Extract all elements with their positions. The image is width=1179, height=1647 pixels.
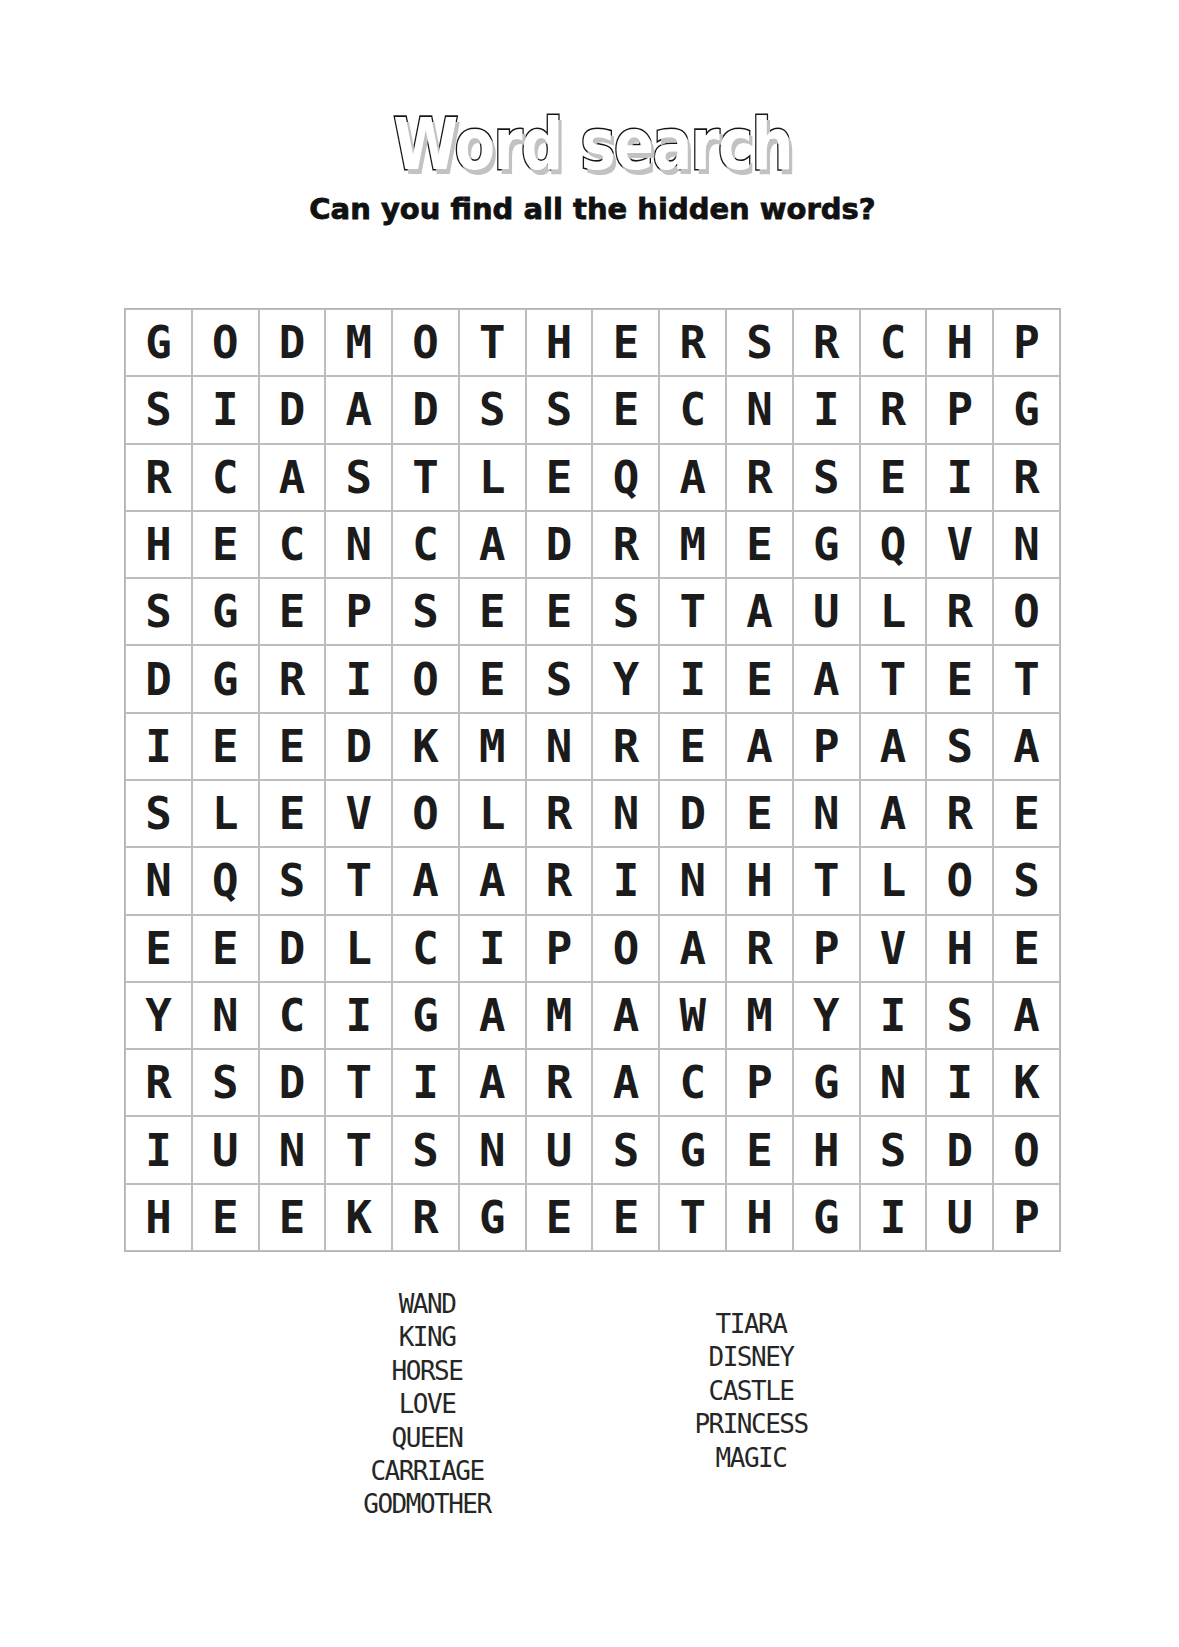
grid-cell-r5c2[interactable]: G bbox=[192, 578, 259, 645]
grid-cell-r12c12[interactable]: N bbox=[860, 1049, 927, 1116]
grid-cell-r12c1[interactable]: R bbox=[125, 1049, 192, 1116]
grid-cell-r9c4[interactable]: T bbox=[325, 847, 392, 914]
grid-cell-r14c10[interactable]: H bbox=[726, 1184, 793, 1251]
grid-cell-r8c1[interactable]: S bbox=[125, 780, 192, 847]
grid-cell-r6c3[interactable]: R bbox=[259, 645, 326, 712]
grid-cell-r2c4[interactable]: A bbox=[325, 376, 392, 443]
grid-cell-r11c9[interactable]: W bbox=[659, 982, 726, 1049]
grid-cell-r4c14[interactable]: N bbox=[993, 511, 1060, 578]
grid-cell-r5c5[interactable]: S bbox=[392, 578, 459, 645]
grid-cell-r10c11[interactable]: P bbox=[793, 915, 860, 982]
word-list-item: PRINCESS bbox=[591, 1408, 911, 1441]
word-list-item: QUEEN bbox=[267, 1422, 587, 1455]
grid-cell-r6c7[interactable]: S bbox=[526, 645, 593, 712]
grid-cell-r5c8[interactable]: S bbox=[592, 578, 659, 645]
grid-cell-r13c8[interactable]: S bbox=[592, 1116, 659, 1183]
grid-cell-r3c6[interactable]: L bbox=[459, 444, 526, 511]
grid-cell-r9c2[interactable]: Q bbox=[192, 847, 259, 914]
grid-cell-r12c8[interactable]: A bbox=[592, 1049, 659, 1116]
grid-cell-r10c9[interactable]: A bbox=[659, 915, 726, 982]
grid-cell-r11c5[interactable]: G bbox=[392, 982, 459, 1049]
grid-cell-r2c3[interactable]: D bbox=[259, 376, 326, 443]
grid-cell-r2c1[interactable]: S bbox=[125, 376, 192, 443]
word-list-item: MAGIC bbox=[591, 1442, 911, 1475]
grid-cell-r10c6[interactable]: I bbox=[459, 915, 526, 982]
worksheet-page: Word search Can you find all the hidden … bbox=[0, 0, 1179, 1647]
grid-cell-r2c12[interactable]: R bbox=[860, 376, 927, 443]
grid-cell-r9c1[interactable]: N bbox=[125, 847, 192, 914]
grid-cell-r8c3[interactable]: E bbox=[259, 780, 326, 847]
grid-cell-r7c4[interactable]: D bbox=[325, 713, 392, 780]
grid-cell-r7c13[interactable]: S bbox=[926, 713, 993, 780]
grid-cell-r5c14[interactable]: O bbox=[993, 578, 1060, 645]
grid-cell-r10c8[interactable]: O bbox=[592, 915, 659, 982]
word-list-item: HORSE bbox=[267, 1355, 587, 1388]
grid-cell-r7c14[interactable]: A bbox=[993, 713, 1060, 780]
grid-cell-r6c1[interactable]: D bbox=[125, 645, 192, 712]
grid-cell-r12c6[interactable]: A bbox=[459, 1049, 526, 1116]
grid-cell-r5c13[interactable]: R bbox=[926, 578, 993, 645]
grid-cell-r12c4[interactable]: T bbox=[325, 1049, 392, 1116]
grid-cell-r13c10[interactable]: E bbox=[726, 1116, 793, 1183]
grid-cell-r10c14[interactable]: E bbox=[993, 915, 1060, 982]
grid-cell-r2c13[interactable]: P bbox=[926, 376, 993, 443]
grid-cell-r2c7[interactable]: S bbox=[526, 376, 593, 443]
grid-cell-r4c8[interactable]: R bbox=[592, 511, 659, 578]
grid-cell-r2c5[interactable]: D bbox=[392, 376, 459, 443]
grid-cell-r5c9[interactable]: T bbox=[659, 578, 726, 645]
grid-cell-r4c11[interactable]: G bbox=[793, 511, 860, 578]
grid-cell-r11c14[interactable]: A bbox=[993, 982, 1060, 1049]
grid-cell-r5c1[interactable]: S bbox=[125, 578, 192, 645]
grid-cell-r14c12[interactable]: I bbox=[860, 1184, 927, 1251]
grid-cell-r7c2[interactable]: E bbox=[192, 713, 259, 780]
grid-cell-r2c11[interactable]: I bbox=[793, 376, 860, 443]
grid-cell-r1c9[interactable]: R bbox=[659, 309, 726, 376]
grid-cell-r8c4[interactable]: V bbox=[325, 780, 392, 847]
grid-cell-r3c4[interactable]: S bbox=[325, 444, 392, 511]
grid-cell-r12c5[interactable]: I bbox=[392, 1049, 459, 1116]
grid-cell-r1c4[interactable]: M bbox=[325, 309, 392, 376]
grid-cell-r3c13[interactable]: I bbox=[926, 444, 993, 511]
grid-cell-r14c2[interactable]: E bbox=[192, 1184, 259, 1251]
grid-cell-r8c12[interactable]: A bbox=[860, 780, 927, 847]
grid-cell-r10c3[interactable]: D bbox=[259, 915, 326, 982]
grid-cell-r2c14[interactable]: G bbox=[993, 376, 1060, 443]
grid-cell-r7c5[interactable]: K bbox=[392, 713, 459, 780]
grid-cell-r13c9[interactable]: G bbox=[659, 1116, 726, 1183]
grid-cell-r13c2[interactable]: U bbox=[192, 1116, 259, 1183]
grid-cell-r14c13[interactable]: U bbox=[926, 1184, 993, 1251]
grid-cell-r4c10[interactable]: E bbox=[726, 511, 793, 578]
grid-cell-r10c2[interactable]: E bbox=[192, 915, 259, 982]
grid-cell-r1c10[interactable]: S bbox=[726, 309, 793, 376]
grid-cell-r7c11[interactable]: P bbox=[793, 713, 860, 780]
grid-cell-r8c7[interactable]: R bbox=[526, 780, 593, 847]
grid-cell-r4c13[interactable]: V bbox=[926, 511, 993, 578]
grid-cell-r14c5[interactable]: R bbox=[392, 1184, 459, 1251]
grid-cell-r13c6[interactable]: N bbox=[459, 1116, 526, 1183]
grid-cell-r2c8[interactable]: E bbox=[592, 376, 659, 443]
grid-cell-r3c14[interactable]: R bbox=[993, 444, 1060, 511]
grid-cell-r14c6[interactable]: G bbox=[459, 1184, 526, 1251]
grid-cell-r5c7[interactable]: E bbox=[526, 578, 593, 645]
grid-cell-r1c14[interactable]: P bbox=[993, 309, 1060, 376]
grid-cell-r6c6[interactable]: E bbox=[459, 645, 526, 712]
grid-cell-r11c4[interactable]: I bbox=[325, 982, 392, 1049]
grid-cell-r2c2[interactable]: I bbox=[192, 376, 259, 443]
grid-cell-r4c5[interactable]: C bbox=[392, 511, 459, 578]
grid-cell-r8c2[interactable]: L bbox=[192, 780, 259, 847]
grid-cell-r11c12[interactable]: I bbox=[860, 982, 927, 1049]
word-list-right: TIARADISNEYCASTLEPRINCESSMAGIC bbox=[591, 1308, 911, 1475]
grid-cell-r5c3[interactable]: E bbox=[259, 578, 326, 645]
grid-cell-r7c1[interactable]: I bbox=[125, 713, 192, 780]
grid-cell-r11c7[interactable]: M bbox=[526, 982, 593, 1049]
grid-cell-r1c5[interactable]: O bbox=[392, 309, 459, 376]
grid-cell-r7c6[interactable]: M bbox=[459, 713, 526, 780]
grid-cell-r2c9[interactable]: C bbox=[659, 376, 726, 443]
grid-cell-r13c1[interactable]: I bbox=[125, 1116, 192, 1183]
grid-cell-r4c9[interactable]: M bbox=[659, 511, 726, 578]
grid-cell-r13c4[interactable]: T bbox=[325, 1116, 392, 1183]
header: Word search Can you find all the hidden … bbox=[124, 104, 1061, 226]
grid-cell-r1c3[interactable]: D bbox=[259, 309, 326, 376]
grid-cell-r3c1[interactable]: R bbox=[125, 444, 192, 511]
word-list-item: GODMOTHER bbox=[267, 1488, 587, 1521]
grid-cell-r8c10[interactable]: E bbox=[726, 780, 793, 847]
grid-cell-r12c7[interactable]: R bbox=[526, 1049, 593, 1116]
grid-cell-r14c1[interactable]: H bbox=[125, 1184, 192, 1251]
grid-cell-r3c8[interactable]: Q bbox=[592, 444, 659, 511]
grid-cell-r3c11[interactable]: S bbox=[793, 444, 860, 511]
grid-cell-r12c14[interactable]: K bbox=[993, 1049, 1060, 1116]
grid-cell-r10c7[interactable]: P bbox=[526, 915, 593, 982]
grid-cell-r4c4[interactable]: N bbox=[325, 511, 392, 578]
grid-cell-r8c13[interactable]: R bbox=[926, 780, 993, 847]
grid-cell-r4c1[interactable]: H bbox=[125, 511, 192, 578]
grid-cell-r7c8[interactable]: R bbox=[592, 713, 659, 780]
grid-cell-r11c1[interactable]: Y bbox=[125, 982, 192, 1049]
grid-cell-r2c6[interactable]: S bbox=[459, 376, 526, 443]
grid-cell-r8c11[interactable]: N bbox=[793, 780, 860, 847]
grid-cell-r13c7[interactable]: U bbox=[526, 1116, 593, 1183]
grid-cell-r7c7[interactable]: N bbox=[526, 713, 593, 780]
grid-cell-r8c5[interactable]: O bbox=[392, 780, 459, 847]
word-list-item: CASTLE bbox=[591, 1375, 911, 1408]
grid-cell-r3c2[interactable]: C bbox=[192, 444, 259, 511]
grid-cell-r6c11[interactable]: A bbox=[793, 645, 860, 712]
grid-cell-r5c6[interactable]: E bbox=[459, 578, 526, 645]
word-list-item: WAND bbox=[267, 1288, 587, 1321]
grid-cell-r13c5[interactable]: S bbox=[392, 1116, 459, 1183]
grid-cell-r9c13[interactable]: O bbox=[926, 847, 993, 914]
word-list-item: CARRIAGE bbox=[267, 1455, 587, 1488]
grid-cell-r6c5[interactable]: O bbox=[392, 645, 459, 712]
grid-cell-r9c12[interactable]: L bbox=[860, 847, 927, 914]
grid-cell-r11c10[interactable]: M bbox=[726, 982, 793, 1049]
grid-cell-r1c1[interactable]: G bbox=[125, 309, 192, 376]
grid-cell-r1c7[interactable]: H bbox=[526, 309, 593, 376]
grid-cell-r14c11[interactable]: G bbox=[793, 1184, 860, 1251]
grid-cell-r12c2[interactable]: S bbox=[192, 1049, 259, 1116]
grid-cell-r8c14[interactable]: E bbox=[993, 780, 1060, 847]
grid-cell-r11c6[interactable]: A bbox=[459, 982, 526, 1049]
grid-cell-r14c7[interactable]: E bbox=[526, 1184, 593, 1251]
grid-cell-r13c14[interactable]: O bbox=[993, 1116, 1060, 1183]
grid-cell-r8c8[interactable]: N bbox=[592, 780, 659, 847]
grid-cell-r14c9[interactable]: T bbox=[659, 1184, 726, 1251]
grid-cell-r6c12[interactable]: T bbox=[860, 645, 927, 712]
word-list-item: LOVE bbox=[267, 1388, 587, 1421]
grid-cell-r12c11[interactable]: G bbox=[793, 1049, 860, 1116]
grid-cell-r3c7[interactable]: E bbox=[526, 444, 593, 511]
grid-cell-r14c8[interactable]: E bbox=[592, 1184, 659, 1251]
grid-cell-r2c10[interactable]: N bbox=[726, 376, 793, 443]
grid-cell-r1c11[interactable]: R bbox=[793, 309, 860, 376]
grid-cell-r9c5[interactable]: A bbox=[392, 847, 459, 914]
grid-cell-r6c4[interactable]: I bbox=[325, 645, 392, 712]
word-list-left: WANDKINGHORSELOVEQUEENCARRIAGEGODMOTHER bbox=[267, 1288, 587, 1522]
grid-cell-r7c10[interactable]: A bbox=[726, 713, 793, 780]
grid-cell-r1c12[interactable]: C bbox=[860, 309, 927, 376]
grid-cell-r6c2[interactable]: G bbox=[192, 645, 259, 712]
grid-cell-r10c12[interactable]: V bbox=[860, 915, 927, 982]
grid-cell-r6c8[interactable]: Y bbox=[592, 645, 659, 712]
grid-cell-r10c10[interactable]: R bbox=[726, 915, 793, 982]
grid-cell-r9c6[interactable]: A bbox=[459, 847, 526, 914]
word-list-item: KING bbox=[267, 1321, 587, 1354]
grid-cell-r5c10[interactable]: A bbox=[726, 578, 793, 645]
grid-cell-r9c14[interactable]: S bbox=[993, 847, 1060, 914]
grid-cell-r9c3[interactable]: S bbox=[259, 847, 326, 914]
grid-cell-r9c10[interactable]: H bbox=[726, 847, 793, 914]
grid-cell-r14c3[interactable]: E bbox=[259, 1184, 326, 1251]
page-subtitle: Can you find all the hidden words? bbox=[124, 192, 1061, 226]
grid-cell-r6c9[interactable]: I bbox=[659, 645, 726, 712]
grid-cell-r3c10[interactable]: R bbox=[726, 444, 793, 511]
grid-cell-r1c2[interactable]: O bbox=[192, 309, 259, 376]
grid-cell-r13c11[interactable]: H bbox=[793, 1116, 860, 1183]
grid-cell-r14c4[interactable]: K bbox=[325, 1184, 392, 1251]
grid-cell-r14c14[interactable]: P bbox=[993, 1184, 1060, 1251]
grid-cell-r9c11[interactable]: T bbox=[793, 847, 860, 914]
grid-cell-r12c13[interactable]: I bbox=[926, 1049, 993, 1116]
grid-cell-r11c13[interactable]: S bbox=[926, 982, 993, 1049]
grid-cell-r5c11[interactable]: U bbox=[793, 578, 860, 645]
wordsearch-grid: GODMOTHERSRCHPSIDADSSECNIRPGRCASTLEQARSE… bbox=[124, 308, 1061, 1252]
grid-cell-r3c3[interactable]: A bbox=[259, 444, 326, 511]
grid-cell-r13c12[interactable]: S bbox=[860, 1116, 927, 1183]
page-title: Word search bbox=[208, 104, 976, 184]
grid-cell-r4c6[interactable]: A bbox=[459, 511, 526, 578]
grid-cell-r12c3[interactable]: D bbox=[259, 1049, 326, 1116]
grid-cell-r7c9[interactable]: E bbox=[659, 713, 726, 780]
grid-cell-r5c12[interactable]: L bbox=[860, 578, 927, 645]
grid-cell-r12c9[interactable]: C bbox=[659, 1049, 726, 1116]
grid-cell-r3c9[interactable]: A bbox=[659, 444, 726, 511]
grid-cell-r6c13[interactable]: E bbox=[926, 645, 993, 712]
grid-cell-r4c7[interactable]: D bbox=[526, 511, 593, 578]
grid-cell-r4c2[interactable]: E bbox=[192, 511, 259, 578]
grid-cell-r1c13[interactable]: H bbox=[926, 309, 993, 376]
grid-cell-r6c10[interactable]: E bbox=[726, 645, 793, 712]
grid-cell-r11c2[interactable]: N bbox=[192, 982, 259, 1049]
grid-cell-r7c12[interactable]: A bbox=[860, 713, 927, 780]
grid-cell-r13c3[interactable]: N bbox=[259, 1116, 326, 1183]
grid-cell-r10c13[interactable]: H bbox=[926, 915, 993, 982]
grid-cell-r8c9[interactable]: D bbox=[659, 780, 726, 847]
grid-cell-r11c3[interactable]: C bbox=[259, 982, 326, 1049]
grid-cell-r10c4[interactable]: L bbox=[325, 915, 392, 982]
grid-cell-r1c6[interactable]: T bbox=[459, 309, 526, 376]
grid-cell-r5c4[interactable]: P bbox=[325, 578, 392, 645]
grid-cell-r4c3[interactable]: C bbox=[259, 511, 326, 578]
grid-cell-r10c5[interactable]: C bbox=[392, 915, 459, 982]
grid-cell-r13c13[interactable]: D bbox=[926, 1116, 993, 1183]
grid-cell-r9c8[interactable]: I bbox=[592, 847, 659, 914]
grid-cell-r6c14[interactable]: T bbox=[993, 645, 1060, 712]
grid-cell-r11c11[interactable]: Y bbox=[793, 982, 860, 1049]
word-list-item: TIARA bbox=[591, 1308, 911, 1341]
grid-cell-r11c8[interactable]: A bbox=[592, 982, 659, 1049]
grid-cell-r3c5[interactable]: T bbox=[392, 444, 459, 511]
grid-cell-r8c6[interactable]: L bbox=[459, 780, 526, 847]
word-list-item: DISNEY bbox=[591, 1341, 911, 1374]
grid-cell-r4c12[interactable]: Q bbox=[860, 511, 927, 578]
grid-cell-r7c3[interactable]: E bbox=[259, 713, 326, 780]
grid-cell-r10c1[interactable]: E bbox=[125, 915, 192, 982]
grid-cell-r3c12[interactable]: E bbox=[860, 444, 927, 511]
grid-cell-r9c9[interactable]: N bbox=[659, 847, 726, 914]
grid-cell-r9c7[interactable]: R bbox=[526, 847, 593, 914]
grid-cell-r1c8[interactable]: E bbox=[592, 309, 659, 376]
grid-cell-r12c10[interactable]: P bbox=[726, 1049, 793, 1116]
